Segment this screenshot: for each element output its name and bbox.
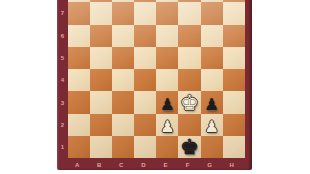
square-b6 xyxy=(90,25,112,47)
square-b4 xyxy=(90,69,112,91)
square-h5 xyxy=(223,47,245,69)
square-b7 xyxy=(90,2,112,24)
rank-label-5: 5 xyxy=(57,47,68,69)
square-f3: ♚ xyxy=(178,91,200,113)
square-c1 xyxy=(112,136,134,158)
square-e4 xyxy=(156,69,178,91)
rank-label-7: 7 xyxy=(57,2,68,24)
file-label-H: H xyxy=(221,162,243,168)
page-background: ♟♚♟♟♟♚ 87654321 ABCDEFGH xyxy=(0,0,310,174)
square-d1 xyxy=(134,136,156,158)
rank-label-1: 1 xyxy=(57,136,68,158)
square-c5 xyxy=(112,47,134,69)
square-h4 xyxy=(223,69,245,91)
square-e1 xyxy=(156,136,178,158)
square-e2: ♟ xyxy=(156,114,178,136)
square-b3 xyxy=(90,91,112,113)
square-d6 xyxy=(134,25,156,47)
square-f7 xyxy=(178,2,200,24)
chess-board-frame: ♟♚♟♟♟♚ 87654321 ABCDEFGH xyxy=(57,0,252,170)
file-label-G: G xyxy=(199,162,221,168)
rank-label-4: 4 xyxy=(57,69,68,91)
square-a2 xyxy=(68,114,90,136)
file-label-E: E xyxy=(154,162,176,168)
rank-label-2: 2 xyxy=(57,114,68,136)
square-g4 xyxy=(201,69,223,91)
square-h2 xyxy=(223,114,245,136)
file-label-A: A xyxy=(66,162,88,168)
square-c2 xyxy=(112,114,134,136)
square-c4 xyxy=(112,69,134,91)
square-a3 xyxy=(68,91,90,113)
file-label-B: B xyxy=(88,162,110,168)
square-a5 xyxy=(68,47,90,69)
square-e3: ♟ xyxy=(156,91,178,113)
piece-black-pawn-g3: ♟ xyxy=(204,97,218,113)
file-label-C: C xyxy=(110,162,132,168)
square-c6 xyxy=(112,25,134,47)
square-d7 xyxy=(134,2,156,24)
rank-label-6: 6 xyxy=(57,25,68,47)
square-g1 xyxy=(201,136,223,158)
square-h7 xyxy=(223,2,245,24)
piece-white-king-f3: ♚ xyxy=(180,93,199,114)
file-label-D: D xyxy=(132,162,154,168)
square-f1: ♚ xyxy=(178,136,200,158)
square-e5 xyxy=(156,47,178,69)
square-a1 xyxy=(68,136,90,158)
square-b5 xyxy=(90,47,112,69)
square-d3 xyxy=(134,91,156,113)
square-g2: ♟ xyxy=(201,114,223,136)
square-f6 xyxy=(178,25,200,47)
board-crop: ♟♚♟♟♟♚ 87654321 ABCDEFGH xyxy=(57,0,252,170)
square-b1 xyxy=(90,136,112,158)
square-f5 xyxy=(178,47,200,69)
square-e6 xyxy=(156,25,178,47)
square-g3: ♟ xyxy=(201,91,223,113)
file-label-F: F xyxy=(177,162,199,168)
square-g5 xyxy=(201,47,223,69)
square-d4 xyxy=(134,69,156,91)
square-f4 xyxy=(178,69,200,91)
piece-white-pawn-e2: ♟ xyxy=(160,119,174,135)
square-g6 xyxy=(201,25,223,47)
rank-label-3: 3 xyxy=(57,92,68,114)
square-a6 xyxy=(68,25,90,47)
piece-black-king-f1: ♚ xyxy=(180,137,199,158)
square-c7 xyxy=(112,2,134,24)
square-a4 xyxy=(68,69,90,91)
square-b2 xyxy=(90,114,112,136)
square-d5 xyxy=(134,47,156,69)
square-h3 xyxy=(223,91,245,113)
square-e7 xyxy=(156,2,178,24)
square-h6 xyxy=(223,25,245,47)
square-c3 xyxy=(112,91,134,113)
square-d2 xyxy=(134,114,156,136)
piece-black-pawn-e3: ♟ xyxy=(160,97,174,113)
square-a7 xyxy=(68,2,90,24)
square-f2 xyxy=(178,114,200,136)
square-g7 xyxy=(201,2,223,24)
piece-white-pawn-g2: ♟ xyxy=(204,119,218,135)
chess-board: ♟♚♟♟♟♚ xyxy=(68,0,245,158)
square-h1 xyxy=(223,136,245,158)
